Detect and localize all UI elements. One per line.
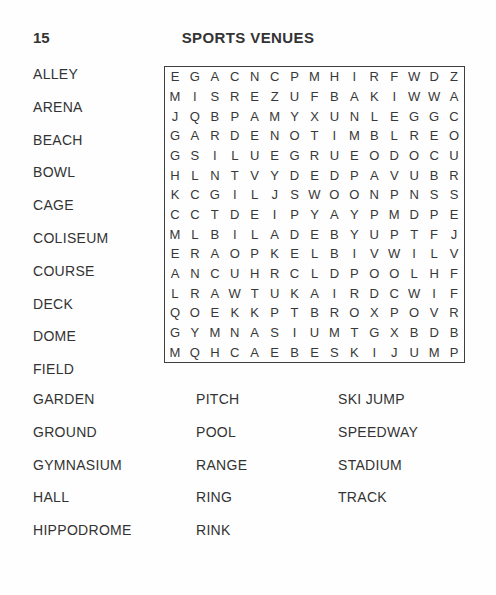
puzzle-page: 15 SPORTS VENUES ALLEYARENABEACHBOWLCAGE… (0, 0, 496, 595)
word-list-bottom-col-3: SKI JUMPSPEEDWAYSTADIUMTRACK (338, 391, 418, 522)
grid-cell[interactable]: E (444, 205, 464, 225)
word-list-bottom-col-1: GARDENGROUNDGYMNASIUMHALLHIPPODROME (33, 391, 132, 555)
grid-cell[interactable]: T (225, 165, 245, 185)
grid-cell[interactable]: K (364, 87, 384, 107)
puzzle-title: SPORTS VENUES (0, 29, 496, 46)
grid-cell[interactable]: P (225, 106, 245, 126)
grid-cell[interactable]: I (384, 87, 404, 107)
grid-cell[interactable]: H (245, 264, 265, 284)
grid-cell[interactable]: U (305, 323, 325, 343)
grid-cell[interactable]: B (364, 126, 384, 146)
word-list-item: COLISEUM (33, 230, 109, 263)
word-list-item: HALL (33, 489, 132, 522)
grid-cell[interactable]: V (384, 165, 404, 185)
grid-cell[interactable]: E (205, 303, 225, 323)
grid-cell[interactable]: C (185, 205, 205, 225)
grid-cell[interactable]: V (245, 165, 265, 185)
grid-cell[interactable]: E (265, 342, 285, 362)
grid-cell[interactable]: D (404, 205, 424, 225)
grid-cell[interactable]: D (285, 224, 305, 244)
grid-cell[interactable]: K (245, 303, 265, 323)
grid-cell[interactable]: M (424, 342, 444, 362)
grid-cell[interactable]: F (424, 224, 444, 244)
word-list-item: BEACH (33, 132, 109, 165)
grid-cell[interactable]: O (364, 264, 384, 284)
grid-cell[interactable]: F (384, 67, 404, 87)
grid-cell[interactable]: P (424, 205, 444, 225)
word-list-item: RING (196, 489, 247, 522)
grid-cell[interactable]: R (185, 283, 205, 303)
grid-cell[interactable]: C (384, 283, 404, 303)
grid-cell[interactable]: B (205, 224, 225, 244)
grid-cell[interactable]: M (205, 323, 225, 343)
grid-cell[interactable]: P (344, 165, 364, 185)
grid-cell[interactable]: M (344, 126, 364, 146)
grid-cell[interactable]: Y (185, 323, 205, 343)
grid-cell[interactable]: W (424, 87, 444, 107)
grid-cell[interactable]: M (165, 87, 185, 107)
grid-cell[interactable]: Q (165, 303, 185, 323)
grid-cell[interactable]: L (185, 224, 205, 244)
grid-cell[interactable]: Y (265, 165, 285, 185)
grid-cell[interactable]: X (384, 323, 404, 343)
grid-cell[interactable]: C (205, 264, 225, 284)
grid-cell[interactable]: B (324, 87, 344, 107)
grid-cell[interactable]: L (384, 126, 404, 146)
grid-cell[interactable]: E (165, 244, 185, 264)
grid-cell[interactable]: U (245, 146, 265, 166)
grid-cell[interactable]: I (424, 283, 444, 303)
grid-cell[interactable]: Y (305, 205, 325, 225)
grid-cell[interactable]: Z (265, 87, 285, 107)
grid-cell[interactable]: R (305, 146, 325, 166)
word-list-item: TRACK (338, 489, 418, 522)
word-list-item: CAGE (33, 197, 109, 230)
grid-cell[interactable]: I (344, 67, 364, 87)
grid-cell[interactable]: P (344, 264, 364, 284)
grid-cell[interactable]: O (344, 185, 364, 205)
grid-cell[interactable]: L (225, 146, 245, 166)
grid-cell[interactable]: A (265, 224, 285, 244)
grid-cell[interactable]: L (245, 224, 265, 244)
grid-cell[interactable]: B (324, 224, 344, 244)
grid-cell[interactable]: C (225, 342, 245, 362)
grid-cell[interactable]: A (205, 67, 225, 87)
grid-cell[interactable]: A (185, 126, 205, 146)
grid-cell[interactable]: I (324, 283, 344, 303)
grid-cell[interactable]: D (324, 264, 344, 284)
grid-cell[interactable]: S (444, 185, 464, 205)
grid-cell[interactable]: I (205, 146, 225, 166)
grid-cell[interactable]: E (305, 342, 325, 362)
grid-cell[interactable]: A (245, 342, 265, 362)
grid-cell[interactable]: V (424, 303, 444, 323)
grid-cell[interactable]: N (205, 165, 225, 185)
grid-cell[interactable]: C (285, 264, 305, 284)
grid-cell[interactable]: H (324, 67, 344, 87)
word-list-item: GROUND (33, 424, 132, 457)
grid-cell[interactable]: J (265, 185, 285, 205)
grid-cell[interactable]: U (324, 106, 344, 126)
grid-cell[interactable]: R (444, 165, 464, 185)
grid-cell[interactable]: R (324, 303, 344, 323)
grid-cell[interactable]: P (444, 342, 464, 362)
grid-cell[interactable]: V (364, 244, 384, 264)
grid-cell[interactable]: D (285, 165, 305, 185)
grid-cell[interactable]: P (364, 205, 384, 225)
grid-cell[interactable]: P (384, 224, 404, 244)
grid-cell[interactable]: I (225, 185, 245, 205)
grid-cell[interactable]: M (165, 342, 185, 362)
grid-cell[interactable]: W (225, 283, 245, 303)
grid-cell[interactable]: N (185, 264, 205, 284)
word-list-item: ALLEY (33, 66, 109, 99)
grid-cell[interactable]: U (285, 87, 305, 107)
grid-cell[interactable]: P (285, 67, 305, 87)
grid-cell[interactable]: P (265, 303, 285, 323)
grid-cell[interactable]: R (265, 264, 285, 284)
grid-cell[interactable]: B (444, 323, 464, 343)
grid-cell[interactable]: R (225, 87, 245, 107)
grid-cell[interactable]: E (265, 146, 285, 166)
grid-cell[interactable]: G (424, 106, 444, 126)
grid-cell[interactable]: O (225, 244, 245, 264)
grid-cell[interactable]: U (364, 224, 384, 244)
grid-cell[interactable]: S (265, 323, 285, 343)
grid-cell[interactable]: S (185, 146, 205, 166)
grid-cell[interactable]: T (305, 126, 325, 146)
grid-cell[interactable]: I (225, 224, 245, 244)
word-list-item: RINK (196, 522, 247, 555)
word-list-item: BOWL (33, 164, 109, 197)
grid-cell[interactable]: B (424, 165, 444, 185)
grid-cell[interactable]: W (384, 244, 404, 264)
grid-cell[interactable]: A (305, 283, 325, 303)
grid-cell[interactable]: L (305, 244, 325, 264)
grid-cell[interactable]: U (324, 146, 344, 166)
grid-cell[interactable]: N (344, 106, 364, 126)
grid-cell[interactable]: O (285, 126, 305, 146)
grid-cell[interactable]: Y (344, 205, 364, 225)
grid-cell[interactable]: C (165, 205, 185, 225)
grid-cell[interactable]: D (424, 323, 444, 343)
grid-cell[interactable]: E (344, 146, 364, 166)
grid-cell[interactable]: A (364, 165, 384, 185)
grid-cell[interactable]: B (305, 303, 325, 323)
grid-cell[interactable]: G (165, 126, 185, 146)
grid-cell[interactable]: G (185, 67, 205, 87)
grid-cell[interactable]: W (404, 283, 424, 303)
grid-cell[interactable]: I (265, 205, 285, 225)
word-list-item: ARENA (33, 99, 109, 132)
grid-cell[interactable]: O (404, 146, 424, 166)
grid-cell[interactable]: A (205, 244, 225, 264)
grid-cell[interactable]: R (205, 126, 225, 146)
word-list-item: HIPPODROME (33, 522, 132, 555)
grid-cell[interactable]: O (384, 264, 404, 284)
grid-cell[interactable]: H (165, 165, 185, 185)
grid-cell[interactable]: D (364, 283, 384, 303)
word-list-item: GYMNASIUM (33, 457, 132, 490)
word-list-item: GARDEN (33, 391, 132, 424)
grid-cell[interactable]: G (205, 185, 225, 205)
grid-cell[interactable]: E (305, 224, 325, 244)
grid-cell[interactable]: T (205, 205, 225, 225)
grid-cell[interactable]: J (384, 342, 404, 362)
grid-cell[interactable]: R (364, 67, 384, 87)
grid-cell[interactable]: B (324, 244, 344, 264)
word-list-item: SKI JUMP (338, 391, 418, 424)
grid-cell[interactable]: D (225, 205, 245, 225)
word-list-bottom-col-2: PITCHPOOLRANGERINGRINK (196, 391, 247, 555)
grid-cell[interactable]: M (324, 323, 344, 343)
grid-cell[interactable]: K (285, 283, 305, 303)
grid-cell[interactable]: Q (185, 342, 205, 362)
grid-cell[interactable]: L (245, 185, 265, 205)
grid-cell[interactable]: O (185, 303, 205, 323)
grid-cell[interactable]: M (265, 106, 285, 126)
word-list-item: DECK (33, 296, 109, 329)
word-list-item: FIELD (33, 361, 109, 394)
grid-cell[interactable]: H (205, 342, 225, 362)
grid-cell[interactable]: T (245, 283, 265, 303)
grid-cell[interactable]: N (404, 185, 424, 205)
grid-cell[interactable]: E (165, 67, 185, 87)
grid-cell[interactable]: K (344, 342, 364, 362)
grid-cell[interactable]: D (324, 165, 344, 185)
grid-cell[interactable]: W (404, 87, 424, 107)
grid-cell[interactable]: G (165, 323, 185, 343)
grid-cell[interactable]: P (245, 244, 265, 264)
grid-cell[interactable]: I (404, 244, 424, 264)
grid-cell[interactable]: B (404, 323, 424, 343)
grid-cell[interactable]: V (444, 244, 464, 264)
grid-cell[interactable]: M (384, 205, 404, 225)
word-list-item: COURSE (33, 263, 109, 296)
grid-cell[interactable]: U (444, 146, 464, 166)
grid-cell[interactable]: O (404, 303, 424, 323)
grid-cell[interactable]: E (305, 165, 325, 185)
grid-cell[interactable]: J (444, 224, 464, 244)
grid-cell[interactable]: D (384, 146, 404, 166)
grid-cell[interactable]: L (165, 283, 185, 303)
grid-cell[interactable]: R (444, 303, 464, 323)
grid-cell[interactable]: C (265, 67, 285, 87)
grid-cell[interactable]: U (225, 264, 245, 284)
grid-cell[interactable]: N (225, 323, 245, 343)
grid-cell[interactable]: L (185, 165, 205, 185)
grid-cell[interactable]: Y (285, 106, 305, 126)
grid-cell[interactable]: R (185, 244, 205, 264)
grid-cell[interactable]: T (404, 224, 424, 244)
grid-cell[interactable]: B (285, 342, 305, 362)
word-list-item: SPEEDWAY (338, 424, 418, 457)
grid-cell[interactable]: X (305, 106, 325, 126)
grid-cell[interactable]: E (245, 87, 265, 107)
grid-cell[interactable]: D (424, 67, 444, 87)
grid-cell[interactable]: O (344, 303, 364, 323)
word-list-item: STADIUM (338, 457, 418, 490)
grid-cell[interactable]: O (364, 146, 384, 166)
grid-cell[interactable]: Q (185, 106, 205, 126)
grid-cell[interactable]: G (404, 106, 424, 126)
grid-cell[interactable]: Z (444, 67, 464, 87)
grid-cell[interactable]: M (305, 67, 325, 87)
word-list-item: DOME (33, 328, 109, 361)
grid-cell[interactable]: E (245, 205, 265, 225)
word-list-item: PITCH (196, 391, 247, 424)
grid-cell[interactable]: U (404, 165, 424, 185)
grid-cell[interactable]: P (285, 205, 305, 225)
grid-cell[interactable]: L (305, 264, 325, 284)
grid-cell[interactable]: E (245, 126, 265, 146)
grid-cell[interactable]: T (285, 303, 305, 323)
grid-cell[interactable]: I (364, 342, 384, 362)
grid-cell[interactable]: X (364, 303, 384, 323)
grid-cell[interactable]: L (424, 244, 444, 264)
grid-cell[interactable]: A (245, 323, 265, 343)
grid-cell[interactable]: I (285, 323, 305, 343)
grid-cell[interactable]: S (424, 185, 444, 205)
grid-cell[interactable]: O (444, 126, 464, 146)
grid-cell[interactable]: C (225, 67, 245, 87)
grid-cell[interactable]: A (344, 87, 364, 107)
grid-cell[interactable]: E (424, 126, 444, 146)
grid-cell[interactable]: N (364, 185, 384, 205)
grid-cell[interactable]: C (185, 185, 205, 205)
grid-cell[interactable]: K (225, 303, 245, 323)
word-list-item: RANGE (196, 457, 247, 490)
grid-cell[interactable]: N (245, 67, 265, 87)
grid-cell[interactable]: W (404, 67, 424, 87)
grid-cell[interactable]: O (324, 185, 344, 205)
word-search-grid: EGACNCPMHIRFWDZMISREZUFBAKIWWAJQBPAMYXUN… (164, 66, 465, 363)
grid-cell[interactable]: E (384, 106, 404, 126)
grid-cell[interactable]: S (324, 342, 344, 362)
grid-cell[interactable]: A (324, 205, 344, 225)
grid-cell[interactable]: A (444, 87, 464, 107)
grid-cell[interactable]: F (444, 264, 464, 284)
grid-cell[interactable]: F (305, 87, 325, 107)
grid-cell[interactable]: P (384, 303, 404, 323)
grid-cell[interactable]: W (305, 185, 325, 205)
grid-cell[interactable]: A (205, 283, 225, 303)
grid-cell[interactable]: I (185, 87, 205, 107)
grid-cell[interactable]: F (444, 283, 464, 303)
grid-cell[interactable]: D (225, 126, 245, 146)
grid-cell[interactable]: H (424, 264, 444, 284)
grid-cell[interactable]: B (205, 106, 225, 126)
grid-cell[interactable]: L (364, 106, 384, 126)
grid-cell[interactable]: J (165, 106, 185, 126)
grid-cell[interactable]: U (404, 342, 424, 362)
grid-cell[interactable]: Y (344, 224, 364, 244)
grid-cell[interactable]: C (424, 146, 444, 166)
word-list-item: POOL (196, 424, 247, 457)
grid-cell[interactable]: N (265, 126, 285, 146)
grid-cell[interactable]: S (285, 185, 305, 205)
grid-cell[interactable]: I (344, 244, 364, 264)
word-list-left: ALLEYARENABEACHBOWLCAGECOLISEUMCOURSEDEC… (33, 66, 109, 394)
grid-cell[interactable]: U (265, 283, 285, 303)
grid-cell[interactable]: I (324, 126, 344, 146)
grid-cell[interactable]: G (165, 146, 185, 166)
grid-cell[interactable]: P (384, 185, 404, 205)
grid-cell[interactable]: R (344, 283, 364, 303)
grid-cell[interactable]: C (444, 106, 464, 126)
grid-cell[interactable]: A (165, 264, 185, 284)
grid-cell[interactable]: G (285, 146, 305, 166)
grid-cell[interactable]: K (165, 185, 185, 205)
grid-cell[interactable]: L (404, 264, 424, 284)
grid-cell[interactable]: S (205, 87, 225, 107)
grid-cell[interactable]: A (245, 106, 265, 126)
grid-cell[interactable]: T (344, 323, 364, 343)
grid-cell[interactable]: K (265, 244, 285, 264)
grid-cell[interactable]: E (285, 244, 305, 264)
grid-cell[interactable]: R (404, 126, 424, 146)
grid-cell[interactable]: G (364, 323, 384, 343)
grid-cell[interactable]: M (165, 224, 185, 244)
